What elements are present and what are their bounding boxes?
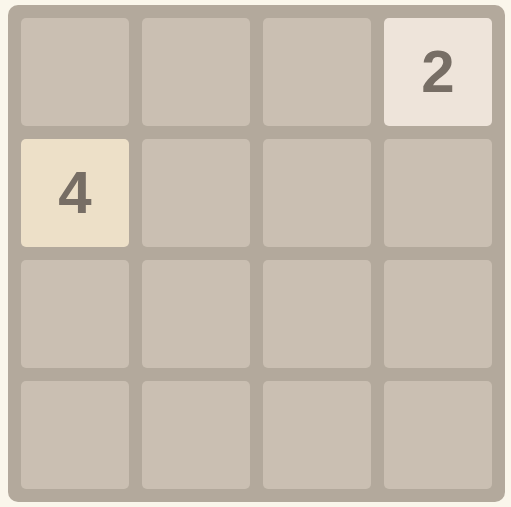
empty-cell-r4c4 [384, 381, 492, 489]
tile-2-r1c4: 2 [384, 18, 492, 126]
tile-4-r2c1: 4 [21, 139, 129, 247]
empty-cell-r4c2 [142, 381, 250, 489]
empty-cell-r1c3 [263, 18, 371, 126]
2048-board[interactable]: 24 [8, 5, 505, 502]
tile-value: 2 [421, 42, 454, 102]
empty-cell-r4c3 [263, 381, 371, 489]
empty-cell-r3c3 [263, 260, 371, 368]
empty-cell-r3c1 [21, 260, 129, 368]
empty-cell-r3c2 [142, 260, 250, 368]
empty-cell-r2c3 [263, 139, 371, 247]
empty-cell-r3c4 [384, 260, 492, 368]
empty-cell-r1c2 [142, 18, 250, 126]
tile-value: 4 [58, 163, 91, 223]
empty-cell-r2c2 [142, 139, 250, 247]
empty-cell-r1c1 [21, 18, 129, 126]
empty-cell-r4c1 [21, 381, 129, 489]
empty-cell-r2c4 [384, 139, 492, 247]
